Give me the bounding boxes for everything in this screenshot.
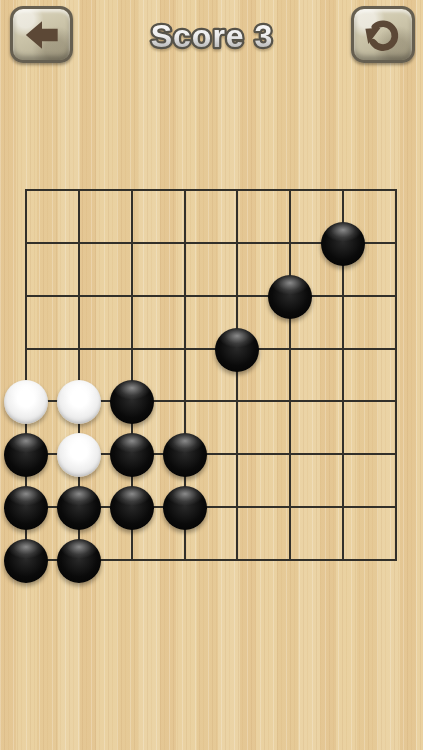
- back-button[interactable]: [10, 6, 73, 63]
- white-stone: [57, 433, 101, 477]
- black-stone: [4, 433, 48, 477]
- game-screen: Score 3: [0, 0, 423, 750]
- black-stone: [321, 222, 365, 266]
- black-stone: [163, 433, 207, 477]
- black-stone: [163, 486, 207, 530]
- back-arrow-icon: [21, 16, 63, 54]
- black-stone: [110, 380, 154, 424]
- black-stone: [57, 539, 101, 583]
- score-title-text: Score 3: [150, 18, 273, 54]
- black-stone: [4, 539, 48, 583]
- black-stone: [268, 275, 312, 319]
- undo-rotate-icon: [362, 15, 404, 55]
- black-stone: [110, 486, 154, 530]
- undo-button[interactable]: [351, 6, 415, 63]
- game-board[interactable]: [25, 189, 397, 561]
- black-stone: [57, 486, 101, 530]
- white-stone: [57, 380, 101, 424]
- black-stone: [110, 433, 154, 477]
- black-stone: [4, 486, 48, 530]
- black-stone: [215, 328, 259, 372]
